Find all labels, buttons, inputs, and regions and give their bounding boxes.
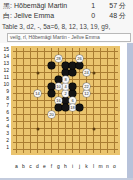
board-intersection[interactable] — [48, 55, 55, 62]
renju-board[interactable]: 246810121416182022242628 — [11, 46, 120, 155]
board-intersection[interactable] — [104, 125, 111, 132]
board-intersection[interactable] — [90, 83, 97, 90]
board-intersection[interactable] — [27, 55, 34, 62]
white-stone: 4 — [62, 83, 69, 90]
board-intersection[interactable] — [69, 48, 76, 55]
black-stone — [62, 104, 69, 111]
board-intersection[interactable] — [13, 76, 20, 83]
board-intersection[interactable] — [104, 118, 111, 125]
board-intersection[interactable] — [55, 139, 62, 146]
board-intersection[interactable] — [83, 139, 90, 146]
board-intersection[interactable] — [97, 111, 104, 118]
row-label: 9 — [0, 88, 10, 95]
white-player-row: 白: Jellve Emma 0 48 分 — [3, 11, 130, 21]
row-label: 7 — [0, 102, 10, 109]
board-intersection[interactable] — [90, 139, 97, 146]
game-info-line: Table 3, d2, -, 5a=6, 8, 12, 13, 19, g9, — [0, 21, 133, 31]
white-score: 0 — [91, 11, 95, 21]
board-intersection[interactable] — [34, 48, 41, 55]
board-intersection[interactable] — [20, 125, 27, 132]
board-intersection[interactable] — [55, 132, 62, 139]
board-intersection[interactable] — [41, 55, 48, 62]
board-intersection[interactable] — [34, 139, 41, 146]
board-intersection[interactable] — [55, 118, 62, 125]
board-intersection[interactable] — [69, 76, 76, 83]
board-intersection[interactable] — [76, 76, 83, 83]
board-intersection[interactable] — [20, 97, 27, 104]
board-intersection[interactable] — [13, 48, 20, 55]
board-intersection[interactable] — [27, 69, 34, 76]
board-intersection[interactable] — [76, 146, 83, 153]
board-intersection[interactable] — [48, 125, 55, 132]
board-intersection[interactable] — [34, 118, 41, 125]
board-intersection[interactable] — [27, 118, 34, 125]
board-intersection[interactable] — [97, 132, 104, 139]
board-intersection[interactable] — [83, 111, 90, 118]
black-stone — [62, 62, 69, 69]
board-intersection[interactable] — [83, 132, 90, 139]
board-intersection[interactable] — [13, 146, 20, 153]
board-intersection[interactable] — [69, 146, 76, 153]
row-label: 2 — [0, 137, 10, 144]
board-intersection[interactable] — [111, 146, 118, 153]
black-time: 57 分 — [109, 1, 126, 11]
white-stone: 24 — [83, 69, 90, 76]
board-intersection[interactable] — [69, 132, 76, 139]
column-label: g — [55, 162, 62, 170]
board-intersection[interactable] — [90, 118, 97, 125]
board-intersection[interactable] — [13, 139, 20, 146]
column-label: k — [83, 162, 90, 170]
board-intersection[interactable] — [13, 97, 20, 104]
score-header: 黑: Hõbemägi Martin 1 57 分 白: Jellve Emma… — [0, 0, 133, 21]
board-intersection[interactable] — [90, 97, 97, 104]
column-label: l — [90, 162, 97, 170]
board-intersection[interactable] — [48, 118, 55, 125]
board-intersection[interactable] — [41, 146, 48, 153]
board-intersection[interactable] — [27, 111, 34, 118]
board-intersection[interactable] — [48, 104, 55, 111]
board-intersection[interactable] — [83, 146, 90, 153]
board-intersection[interactable] — [69, 111, 76, 118]
row-label: 1 — [0, 144, 10, 151]
row-label: 5 — [0, 116, 10, 123]
column-label: e — [41, 162, 48, 170]
board-intersection[interactable] — [76, 132, 83, 139]
board-intersection[interactable] — [13, 125, 20, 132]
black-stone — [62, 97, 69, 104]
black-player-name: Hõbemägi Martin — [14, 1, 67, 11]
board-intersection[interactable] — [41, 69, 48, 76]
white-time: 48 分 — [109, 11, 126, 21]
board-intersection[interactable] — [104, 146, 111, 153]
column-label: f — [48, 162, 55, 170]
black-label: 黑: — [3, 1, 12, 11]
black-stone — [48, 83, 55, 90]
board-intersection[interactable] — [104, 90, 111, 97]
row-label: 11 — [0, 74, 10, 81]
board-intersection[interactable] — [97, 55, 104, 62]
row-label: 8 — [0, 95, 10, 102]
board-intersection[interactable] — [97, 139, 104, 146]
row-label: 14 — [0, 53, 10, 60]
board-intersection[interactable] — [62, 132, 69, 139]
star-point — [92, 127, 95, 130]
board-intersection[interactable] — [111, 69, 118, 76]
column-label: n — [104, 162, 111, 170]
row-label: 15 — [0, 46, 10, 53]
black-stone — [55, 76, 62, 83]
board-intersection[interactable] — [41, 118, 48, 125]
board-intersection[interactable] — [83, 118, 90, 125]
black-stone — [76, 62, 83, 69]
board-intersection[interactable] — [104, 111, 111, 118]
board-intersection[interactable] — [111, 76, 118, 83]
board-intersection[interactable] — [97, 90, 104, 97]
board-intersection[interactable] — [76, 83, 83, 90]
board-intersection[interactable] — [20, 69, 27, 76]
white-stone: 28 — [55, 55, 62, 62]
column-label: d — [34, 162, 41, 170]
star-point — [36, 71, 39, 74]
board-intersection[interactable] — [13, 118, 20, 125]
board-intersection[interactable] — [55, 62, 62, 69]
board-intersection[interactable] — [69, 139, 76, 146]
board-intersection[interactable] — [41, 90, 48, 97]
board-intersection[interactable] — [20, 62, 27, 69]
board-intersection[interactable] — [27, 125, 34, 132]
board-intersection[interactable] — [97, 83, 104, 90]
bottom-window-strip — [0, 178, 133, 180]
board-intersection[interactable] — [76, 111, 83, 118]
star-point — [92, 71, 95, 74]
board-intersection[interactable] — [104, 62, 111, 69]
board-intersection[interactable] — [55, 48, 62, 55]
board-intersection[interactable] — [55, 146, 62, 153]
board-intersection[interactable] — [55, 69, 62, 76]
board-intersection[interactable] — [83, 62, 90, 69]
row-label: 12 — [0, 67, 10, 74]
board-intersection[interactable] — [41, 48, 48, 55]
white-stone: 22 — [83, 83, 90, 90]
board-intersection[interactable] — [55, 125, 62, 132]
board-intersection[interactable] — [111, 97, 118, 104]
board-intersection[interactable] — [27, 132, 34, 139]
board-intersection[interactable] — [111, 132, 118, 139]
board-intersection[interactable] — [41, 76, 48, 83]
board-intersection[interactable] — [111, 90, 118, 97]
board-intersection[interactable] — [34, 146, 41, 153]
board-intersection[interactable] — [104, 139, 111, 146]
board-intersection[interactable] — [20, 104, 27, 111]
board-intersection[interactable] — [69, 125, 76, 132]
board-intersection[interactable] — [69, 118, 76, 125]
white-stone: 20 — [48, 111, 55, 118]
board-intersection[interactable] — [20, 146, 27, 153]
board-intersection[interactable] — [13, 90, 20, 97]
board-intersection[interactable] — [27, 97, 34, 104]
board-intersection[interactable] — [27, 48, 34, 55]
board-intersection[interactable] — [48, 48, 55, 55]
board-grid[interactable]: 246810121416182022242628 — [13, 48, 118, 153]
board-intersection[interactable] — [83, 48, 90, 55]
board-intersection[interactable] — [104, 55, 111, 62]
white-stone: 12 — [83, 90, 90, 97]
board-intersection[interactable] — [48, 69, 55, 76]
board-intersection[interactable] — [41, 111, 48, 118]
board-intersection[interactable] — [97, 118, 104, 125]
black-stone — [69, 83, 76, 90]
board-intersection[interactable] — [27, 90, 34, 97]
board-intersection[interactable] — [62, 118, 69, 125]
board-intersection[interactable] — [104, 104, 111, 111]
board-intersection[interactable] — [48, 76, 55, 83]
board-panel: 151413121110987654321 246810121416182022… — [0, 43, 133, 180]
board-intersection[interactable] — [20, 111, 27, 118]
board-intersection[interactable] — [41, 97, 48, 104]
board-intersection[interactable] — [34, 55, 41, 62]
board-intersection[interactable] — [55, 90, 62, 97]
right-window-strip — [127, 43, 133, 180]
board-intersection[interactable] — [83, 55, 90, 62]
board-intersection[interactable] — [83, 104, 90, 111]
board-intersection[interactable] — [104, 97, 111, 104]
board-intersection[interactable] — [27, 62, 34, 69]
white-stone: 10 — [55, 83, 62, 90]
board-intersection[interactable] — [76, 125, 83, 132]
board-intersection[interactable] — [48, 139, 55, 146]
board-intersection[interactable] — [83, 76, 90, 83]
board-intersection[interactable] — [104, 69, 111, 76]
board-intersection[interactable] — [104, 76, 111, 83]
white-stone: 6 — [69, 97, 76, 104]
board-intersection[interactable] — [41, 139, 48, 146]
board-intersection[interactable] — [83, 125, 90, 132]
board-intersection[interactable] — [20, 76, 27, 83]
board-intersection[interactable] — [62, 55, 69, 62]
white-stone: 8 — [62, 76, 69, 83]
board-intersection[interactable] — [34, 132, 41, 139]
board-intersection[interactable] — [62, 111, 69, 118]
board-intersection[interactable] — [90, 146, 97, 153]
game-list-row[interactable]: veilg, rl, Hõbemägi Martin - Jellve Emma — [7, 33, 131, 42]
board-intersection[interactable] — [34, 62, 41, 69]
column-coordinate-labels: abcdefghijklmno — [11, 162, 120, 170]
row-coordinate-labels: 151413121110987654321 — [0, 46, 10, 151]
board-intersection[interactable] — [48, 132, 55, 139]
column-label: b — [20, 162, 27, 170]
black-score: 1 — [91, 1, 95, 11]
board-intersection[interactable] — [90, 90, 97, 97]
board-intersection[interactable] — [27, 139, 34, 146]
board-intersection[interactable] — [20, 132, 27, 139]
white-stone: 2 — [62, 90, 69, 97]
board-intersection[interactable] — [13, 83, 20, 90]
board-intersection[interactable] — [104, 48, 111, 55]
board-intersection[interactable] — [111, 55, 118, 62]
board-intersection[interactable] — [76, 97, 83, 104]
board-intersection[interactable] — [48, 146, 55, 153]
black-stone — [69, 69, 76, 76]
black-stone — [69, 62, 76, 69]
column-label: j — [76, 162, 83, 170]
row-label: 3 — [0, 130, 10, 137]
column-label: c — [27, 162, 34, 170]
board-intersection[interactable] — [97, 104, 104, 111]
board-intersection[interactable] — [76, 48, 83, 55]
column-label: o — [111, 162, 118, 170]
board-intersection[interactable] — [27, 76, 34, 83]
board-intersection[interactable] — [34, 83, 41, 90]
white-stone: 18 — [69, 104, 76, 111]
board-intersection[interactable] — [97, 97, 104, 104]
row-label: 13 — [0, 60, 10, 67]
board-intersection[interactable] — [62, 125, 69, 132]
board-intersection[interactable] — [76, 69, 83, 76]
board-intersection[interactable] — [62, 139, 69, 146]
board-intersection[interactable] — [13, 111, 20, 118]
board-intersection[interactable] — [34, 76, 41, 83]
board-intersection[interactable] — [90, 62, 97, 69]
board-intersection[interactable] — [97, 125, 104, 132]
board-intersection[interactable] — [62, 146, 69, 153]
board-intersection[interactable] — [20, 48, 27, 55]
board-intersection[interactable] — [97, 69, 104, 76]
board-intersection[interactable] — [97, 76, 104, 83]
board-intersection[interactable] — [104, 83, 111, 90]
board-intersection[interactable] — [20, 90, 27, 97]
white-label: 白: — [3, 11, 12, 21]
board-intersection[interactable] — [111, 111, 118, 118]
black-stone — [62, 69, 69, 76]
board-intersection[interactable] — [20, 118, 27, 125]
white-stone: 16 — [55, 97, 62, 104]
board-intersection[interactable] — [41, 125, 48, 132]
board-intersection[interactable] — [48, 97, 55, 104]
board-intersection[interactable] — [69, 55, 76, 62]
board-intersection[interactable] — [41, 104, 48, 111]
board-intersection[interactable] — [20, 55, 27, 62]
board-intersection[interactable] — [111, 139, 118, 146]
board-intersection[interactable] — [13, 104, 20, 111]
board-intersection[interactable] — [34, 111, 41, 118]
black-player-row: 黑: Hõbemägi Martin 1 57 分 — [3, 1, 130, 11]
white-stone: 26 — [76, 55, 83, 62]
board-intersection[interactable] — [13, 55, 20, 62]
row-label: 4 — [0, 123, 10, 130]
board-intersection[interactable] — [97, 62, 104, 69]
board-intersection[interactable] — [111, 118, 118, 125]
board-intersection[interactable] — [97, 48, 104, 55]
board-intersection[interactable] — [27, 83, 34, 90]
board-intersection[interactable] — [90, 76, 97, 83]
column-label: a — [13, 162, 20, 170]
board-intersection[interactable] — [83, 97, 90, 104]
black-stone — [48, 62, 55, 69]
board-intersection[interactable] — [97, 146, 104, 153]
board-intersection[interactable] — [90, 111, 97, 118]
board-intersection[interactable] — [76, 118, 83, 125]
board-intersection[interactable] — [41, 132, 48, 139]
board-intersection[interactable] — [76, 90, 83, 97]
board-intersection[interactable] — [111, 125, 118, 132]
board-intersection[interactable] — [55, 111, 62, 118]
black-stone — [76, 104, 83, 111]
black-stone — [55, 104, 62, 111]
board-intersection[interactable] — [76, 139, 83, 146]
white-player-name: Jellve Emma — [14, 11, 54, 21]
board-intersection[interactable] — [27, 146, 34, 153]
board-intersection[interactable] — [20, 83, 27, 90]
white-stone: 14 — [34, 90, 41, 97]
board-intersection[interactable] — [34, 97, 41, 104]
board-intersection[interactable] — [90, 55, 97, 62]
board-intersection[interactable] — [13, 69, 20, 76]
board-intersection[interactable] — [41, 62, 48, 69]
star-point — [36, 127, 39, 130]
board-intersection[interactable] — [104, 132, 111, 139]
black-stone — [48, 90, 55, 97]
board-intersection[interactable] — [111, 104, 118, 111]
board-intersection[interactable] — [34, 104, 41, 111]
column-label: h — [62, 162, 69, 170]
board-intersection[interactable] — [111, 62, 118, 69]
column-label: m — [97, 162, 104, 170]
board-intersection[interactable] — [41, 83, 48, 90]
black-stone — [69, 90, 76, 97]
board-intersection[interactable] — [90, 48, 97, 55]
board-intersection[interactable] — [62, 48, 69, 55]
board-intersection[interactable] — [111, 83, 118, 90]
board-intersection[interactable] — [13, 62, 20, 69]
row-label: 10 — [0, 81, 10, 88]
board-intersection[interactable] — [13, 132, 20, 139]
board-intersection[interactable] — [20, 139, 27, 146]
board-intersection[interactable] — [90, 104, 97, 111]
board-intersection[interactable] — [27, 104, 34, 111]
board-intersection[interactable] — [111, 48, 118, 55]
column-label: i — [69, 162, 76, 170]
row-label: 6 — [0, 109, 10, 116]
board-intersection[interactable] — [90, 132, 97, 139]
